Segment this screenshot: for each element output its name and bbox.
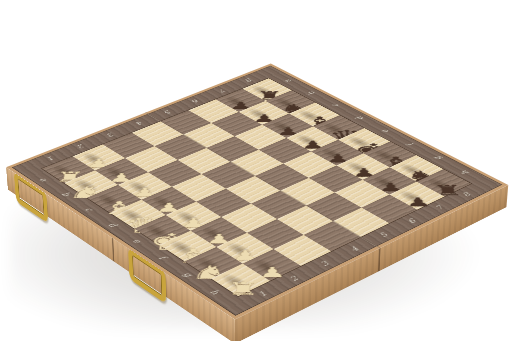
fold-seam-side [378,248,380,272]
piece-shadow [248,257,284,278]
piece-shadow [171,209,205,228]
square-e4[interactable] [226,176,280,204]
piece-shadow [147,194,181,213]
fold-seam-side [112,238,114,262]
piece-shadow [123,179,156,197]
square-f3[interactable] [221,204,277,233]
piece-glyph: ♟ [180,217,206,230]
piece-glyph: ♟ [132,186,158,198]
product-photo-scene: ♜♞♝♛♚♝♞♜♟♟♟♟♟♟♟♟♟♟♟♟♟♟♟♟♜♞♝♛♚♝♞♜ abcdefg… [0,0,512,341]
square-f4[interactable] [251,191,306,219]
